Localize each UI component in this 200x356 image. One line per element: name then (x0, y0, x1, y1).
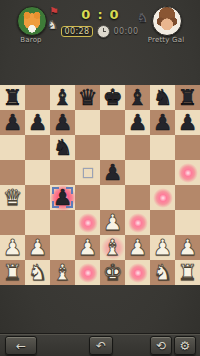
piece-white-pawn[interactable]: ♟ (100, 210, 125, 235)
piece-white-pawn[interactable]: ♟ (75, 235, 100, 260)
chess-app-window: Barop ⚑ ♞ 0 : 0 00:28 00:00 ♞ Pretty Gal… (0, 0, 200, 356)
piece-white-rook[interactable]: ♜ (175, 260, 200, 285)
square-e1[interactable]: ♚ (100, 260, 125, 285)
square-f2[interactable]: ♟ (125, 235, 150, 260)
square-c7[interactable]: ♟ (50, 110, 75, 135)
piece-white-pawn[interactable]: ♟ (175, 235, 200, 260)
square-c8[interactable]: ♝ (50, 85, 75, 110)
square-e8[interactable]: ♚ (100, 85, 125, 110)
square-g3[interactable] (150, 210, 175, 235)
square-c2[interactable] (50, 235, 75, 260)
piece-white-pawn[interactable]: ♟ (150, 235, 175, 260)
back-arrow-icon: ← (16, 340, 26, 352)
square-f6[interactable] (125, 135, 150, 160)
piece-white-knight[interactable]: ♞ (25, 260, 50, 285)
chess-board[interactable]: ♜♝♛♚♝♞♜♟♟♟♟♟♟♞♟♛♟♟♟♟♟♝♟♟♟♜♞♝♚♞♜ (0, 85, 200, 285)
square-h7[interactable]: ♟ (175, 110, 200, 135)
square-g5[interactable] (150, 160, 175, 185)
square-c1[interactable]: ♝ (50, 260, 75, 285)
square-g6[interactable] (150, 135, 175, 160)
undo-move-button[interactable]: ↶ (89, 336, 113, 355)
piece-black-bishop[interactable]: ♝ (50, 85, 75, 110)
square-e6[interactable] (100, 135, 125, 160)
piece-black-pawn[interactable]: ♟ (25, 110, 50, 135)
right-player-timer: 00:00 (114, 27, 139, 36)
legal-move-dot (128, 213, 148, 233)
square-d2[interactable]: ♟ (75, 235, 100, 260)
square-e4[interactable] (100, 185, 125, 210)
square-g1[interactable]: ♞ (150, 260, 175, 285)
score-separator: : (97, 7, 102, 22)
square-h5[interactable] (175, 160, 200, 185)
piece-black-knight[interactable]: ♞ (50, 135, 75, 160)
square-c6[interactable]: ♞ (50, 135, 75, 160)
legal-move-dot (178, 163, 198, 183)
piece-black-pawn[interactable]: ♟ (50, 110, 75, 135)
piece-black-king[interactable]: ♚ (100, 85, 125, 110)
square-h3[interactable] (175, 210, 200, 235)
rotate-board-button[interactable]: ⟲ (150, 336, 172, 355)
square-f8[interactable]: ♝ (125, 85, 150, 110)
piece-black-pawn[interactable]: ♟ (150, 110, 175, 135)
piece-white-king[interactable]: ♚ (100, 260, 125, 285)
square-g2[interactable]: ♟ (150, 235, 175, 260)
square-f4[interactable] (125, 185, 150, 210)
square-a7[interactable]: ♟ (0, 110, 25, 135)
piece-black-knight[interactable]: ♞ (150, 85, 175, 110)
square-a1[interactable]: ♜ (0, 260, 25, 285)
piece-black-bishop[interactable]: ♝ (125, 85, 150, 110)
piece-white-knight[interactable]: ♞ (150, 260, 175, 285)
square-e3[interactable]: ♟ (100, 210, 125, 235)
square-c4[interactable]: ♟ (50, 185, 75, 210)
legal-move-dot (78, 263, 98, 283)
square-a8[interactable]: ♜ (0, 85, 25, 110)
square-b5[interactable] (25, 160, 50, 185)
back-button[interactable]: ← (5, 336, 37, 355)
right-player-name: Pretty Gal (134, 36, 198, 44)
square-b8[interactable] (25, 85, 50, 110)
right-player-avatar[interactable] (152, 6, 182, 36)
piece-black-pawn[interactable]: ♟ (125, 110, 150, 135)
piece-black-pawn[interactable]: ♟ (0, 110, 25, 135)
square-e5[interactable]: ♟ (100, 160, 125, 185)
piece-white-rook[interactable]: ♜ (0, 260, 25, 285)
piece-black-pawn[interactable]: ♟ (100, 160, 125, 185)
score-left: 0 (81, 7, 90, 22)
square-d8[interactable]: ♛ (75, 85, 100, 110)
capture-target-glow (50, 185, 76, 211)
square-f3[interactable] (125, 210, 150, 235)
black-side-piece-icon: ♞ (137, 12, 148, 24)
rotate-board-icon: ⟲ (156, 340, 166, 352)
square-d4[interactable] (75, 185, 100, 210)
undo-icon: ↶ (96, 340, 106, 352)
square-d5[interactable] (75, 160, 100, 185)
legal-move-dot (78, 213, 98, 233)
square-a2[interactable]: ♟ (0, 235, 25, 260)
square-b7[interactable]: ♟ (25, 110, 50, 135)
square-b6[interactable] (25, 135, 50, 160)
piece-black-rook[interactable]: ♜ (175, 85, 200, 110)
square-h4[interactable] (175, 185, 200, 210)
gear-icon: ⚙ (180, 340, 191, 352)
square-f5[interactable] (125, 160, 150, 185)
square-b3[interactable] (25, 210, 50, 235)
square-g8[interactable]: ♞ (150, 85, 175, 110)
square-g4[interactable] (150, 185, 175, 210)
piece-black-pawn[interactable]: ♟ (175, 110, 200, 135)
square-a6[interactable] (0, 135, 25, 160)
piece-white-pawn[interactable]: ♟ (125, 235, 150, 260)
square-d3[interactable] (75, 210, 100, 235)
square-b1[interactable]: ♞ (25, 260, 50, 285)
left-player-timer: 00:28 (61, 26, 92, 37)
piece-black-queen[interactable]: ♛ (75, 85, 100, 110)
score-right: 0 (110, 7, 119, 22)
square-a3[interactable] (0, 210, 25, 235)
piece-black-rook[interactable]: ♜ (0, 85, 25, 110)
piece-white-pawn[interactable]: ♟ (0, 235, 25, 260)
bottom-toolbar: ← ↶ ⟲ ⚙ (0, 333, 200, 356)
square-b4[interactable] (25, 185, 50, 210)
square-g7[interactable]: ♟ (150, 110, 175, 135)
square-e2[interactable]: ♝ (100, 235, 125, 260)
square-c5[interactable] (50, 160, 75, 185)
square-d6[interactable] (75, 135, 100, 160)
last-move-from-marker (83, 168, 93, 178)
legal-move-dot (153, 188, 173, 208)
square-b2[interactable]: ♟ (25, 235, 50, 260)
clock-icon (97, 25, 110, 38)
square-c3[interactable] (50, 210, 75, 235)
square-d7[interactable] (75, 110, 100, 135)
settings-button[interactable]: ⚙ (174, 336, 196, 355)
square-d1[interactable] (75, 260, 100, 285)
square-a5[interactable] (0, 160, 25, 185)
square-f7[interactable]: ♟ (125, 110, 150, 135)
selected-piece-glow (101, 236, 125, 260)
square-h8[interactable]: ♜ (175, 85, 200, 110)
piece-white-bishop[interactable]: ♝ (50, 260, 75, 285)
piece-white-pawn[interactable]: ♟ (25, 235, 50, 260)
square-a4[interactable]: ♛ (0, 185, 25, 210)
square-h1[interactable]: ♜ (175, 260, 200, 285)
legal-move-dot (128, 263, 148, 283)
square-h6[interactable] (175, 135, 200, 160)
square-e7[interactable] (100, 110, 125, 135)
square-f1[interactable] (125, 260, 150, 285)
square-h2[interactable]: ♟ (175, 235, 200, 260)
piece-white-queen[interactable]: ♛ (0, 185, 25, 210)
